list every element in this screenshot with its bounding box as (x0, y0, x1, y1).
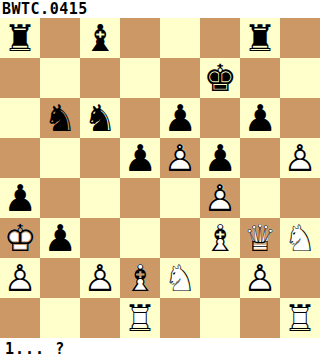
square-d6[interactable] (120, 98, 160, 138)
square-h3[interactable]: ♞♘ (280, 218, 320, 258)
square-c5[interactable] (80, 138, 120, 178)
square-g5[interactable] (240, 138, 280, 178)
square-c7[interactable] (80, 58, 120, 98)
white-pawn: ♟♙ (200, 178, 240, 218)
square-h4[interactable] (280, 178, 320, 218)
piece-outline: ♙ (80, 258, 120, 298)
square-d5[interactable]: ♟ (120, 138, 160, 178)
white-rook: ♜♖ (120, 298, 160, 338)
piece-outline: ♙ (200, 178, 240, 218)
piece-outline: ♗ (200, 218, 240, 258)
piece-outline: ♙ (240, 258, 280, 298)
square-b8[interactable] (40, 18, 80, 58)
square-e3[interactable] (160, 218, 200, 258)
square-a1[interactable] (0, 298, 40, 338)
square-h1[interactable]: ♜♖ (280, 298, 320, 338)
black-rook: ♜ (0, 18, 40, 58)
square-h5[interactable]: ♟♙ (280, 138, 320, 178)
white-king: ♚♔ (0, 218, 40, 258)
square-a2[interactable]: ♟♙ (0, 258, 40, 298)
black-pawn: ♟ (240, 98, 280, 138)
black-pawn: ♟ (40, 218, 80, 258)
square-f8[interactable] (200, 18, 240, 58)
black-pawn: ♟ (160, 98, 200, 138)
square-d8[interactable] (120, 18, 160, 58)
square-b2[interactable] (40, 258, 80, 298)
square-a4[interactable]: ♟ (0, 178, 40, 218)
square-e2[interactable]: ♞♘ (160, 258, 200, 298)
square-g1[interactable] (240, 298, 280, 338)
square-a7[interactable] (0, 58, 40, 98)
square-e8[interactable] (160, 18, 200, 58)
piece-outline: ♙ (280, 138, 320, 178)
square-c4[interactable] (80, 178, 120, 218)
square-g7[interactable] (240, 58, 280, 98)
white-pawn: ♟♙ (240, 258, 280, 298)
square-c2[interactable]: ♟♙ (80, 258, 120, 298)
white-queen: ♛♕ (240, 218, 280, 258)
square-c1[interactable] (80, 298, 120, 338)
piece-outline: ♘ (160, 258, 200, 298)
square-h7[interactable] (280, 58, 320, 98)
white-pawn: ♟♙ (80, 258, 120, 298)
square-e1[interactable] (160, 298, 200, 338)
square-f1[interactable] (200, 298, 240, 338)
square-f2[interactable] (200, 258, 240, 298)
square-b7[interactable] (40, 58, 80, 98)
square-d1[interactable]: ♜♖ (120, 298, 160, 338)
white-bishop: ♝♗ (120, 258, 160, 298)
white-pawn: ♟♙ (280, 138, 320, 178)
square-e4[interactable] (160, 178, 200, 218)
black-king: ♚ (200, 58, 240, 98)
square-e5[interactable]: ♟♙ (160, 138, 200, 178)
square-h8[interactable] (280, 18, 320, 58)
piece-outline: ♗ (120, 258, 160, 298)
black-pawn: ♟ (120, 138, 160, 178)
piece-outline: ♕ (240, 218, 280, 258)
square-g3[interactable]: ♛♕ (240, 218, 280, 258)
square-b4[interactable] (40, 178, 80, 218)
square-a5[interactable] (0, 138, 40, 178)
square-f6[interactable] (200, 98, 240, 138)
square-d4[interactable] (120, 178, 160, 218)
square-f5[interactable]: ♟ (200, 138, 240, 178)
piece-outline: ♙ (160, 138, 200, 178)
black-bishop: ♝ (80, 18, 120, 58)
white-bishop: ♝♗ (200, 218, 240, 258)
white-pawn: ♟♙ (0, 258, 40, 298)
puzzle-id: BWTC.0415 (0, 0, 320, 18)
square-d2[interactable]: ♝♗ (120, 258, 160, 298)
black-rook: ♜ (240, 18, 280, 58)
square-c8[interactable]: ♝ (80, 18, 120, 58)
white-rook: ♜♖ (280, 298, 320, 338)
square-c3[interactable] (80, 218, 120, 258)
white-knight: ♞♘ (160, 258, 200, 298)
square-b5[interactable] (40, 138, 80, 178)
square-e7[interactable] (160, 58, 200, 98)
square-d3[interactable] (120, 218, 160, 258)
square-f7[interactable]: ♚ (200, 58, 240, 98)
white-pawn: ♟♙ (160, 138, 200, 178)
square-b6[interactable]: ♞ (40, 98, 80, 138)
piece-outline: ♘ (280, 218, 320, 258)
square-h2[interactable] (280, 258, 320, 298)
square-a3[interactable]: ♚♔ (0, 218, 40, 258)
piece-outline: ♖ (120, 298, 160, 338)
black-knight: ♞ (40, 98, 80, 138)
chess-board: ♜♝♜♚♞♞♟♟♟♟♙♟♟♙♟♟♙♚♔♟♝♗♛♕♞♘♟♙♟♙♝♗♞♘♟♙♜♖♜♖ (0, 18, 320, 338)
square-d7[interactable] (120, 58, 160, 98)
piece-outline: ♖ (280, 298, 320, 338)
move-prompt: 1... ? (0, 338, 320, 360)
black-pawn: ♟ (0, 178, 40, 218)
black-knight: ♞ (80, 98, 120, 138)
square-a8[interactable]: ♜ (0, 18, 40, 58)
square-g8[interactable]: ♜ (240, 18, 280, 58)
piece-outline: ♔ (0, 218, 40, 258)
square-h6[interactable] (280, 98, 320, 138)
square-e6[interactable]: ♟ (160, 98, 200, 138)
piece-outline: ♙ (0, 258, 40, 298)
square-g6[interactable]: ♟ (240, 98, 280, 138)
white-knight: ♞♘ (280, 218, 320, 258)
square-b3[interactable]: ♟ (40, 218, 80, 258)
square-g2[interactable]: ♟♙ (240, 258, 280, 298)
square-a6[interactable] (0, 98, 40, 138)
square-f3[interactable]: ♝♗ (200, 218, 240, 258)
square-b1[interactable] (40, 298, 80, 338)
square-g4[interactable] (240, 178, 280, 218)
square-f4[interactable]: ♟♙ (200, 178, 240, 218)
square-c6[interactable]: ♞ (80, 98, 120, 138)
black-pawn: ♟ (200, 138, 240, 178)
